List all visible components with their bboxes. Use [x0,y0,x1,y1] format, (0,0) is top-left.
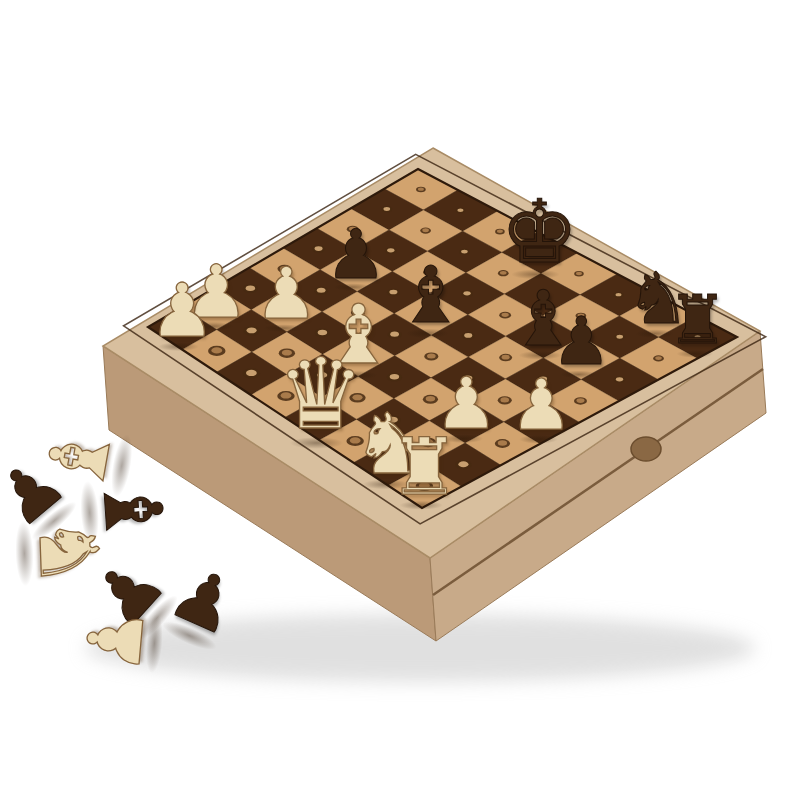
peg-hole [616,293,622,296]
peg-hole [501,313,508,317]
white-pawn-a1[interactable]: ♟ [149,274,215,348]
piece-shadow [676,350,713,358]
peg-hole [387,248,394,252]
piece-shadow [399,501,443,510]
dark-king-d8[interactable]: ♚ [500,188,578,275]
peg-hole [315,246,323,251]
white-rook-h1[interactable]: ♜ [389,428,460,507]
peg-hole [246,370,257,376]
peg-hole [418,187,424,190]
piece-shadow [289,437,343,449]
piece-shadow [263,324,302,333]
piece-shadow [519,435,558,443]
white-pawn-b3[interactable]: ♟ [255,258,319,329]
travel-chess-set-photo: ♟♟♟♝♛♞♜♟♟♟♝♝♟♚♞♜♟♝♝♞♟♟♟ Overhead-angle p… [0,0,800,800]
peg-hole [576,398,584,403]
peg-hole [616,377,623,381]
white-pawn-h4[interactable]: ♟ [510,370,573,440]
dark-bishop-d5[interactable]: ♝ [396,256,466,334]
dark-pawn-b5[interactable]: ♟ [326,220,387,288]
peg-hole [457,209,463,212]
peg-hole [655,356,662,360]
peg-hole [427,354,436,359]
dark-rook-h8[interactable]: ♜ [668,288,728,355]
peg-hole [422,228,429,232]
piece-shadow [406,329,449,338]
drawer-finger-notch[interactable] [631,437,661,461]
peg-hole [383,207,390,211]
peg-hole [616,335,623,339]
loose-white-pawn-7[interactable]: ♟ [75,604,155,677]
piece-shadow [158,342,199,351]
peg-hole [500,397,509,402]
peg-hole [458,461,468,467]
peg-hole [498,440,507,445]
